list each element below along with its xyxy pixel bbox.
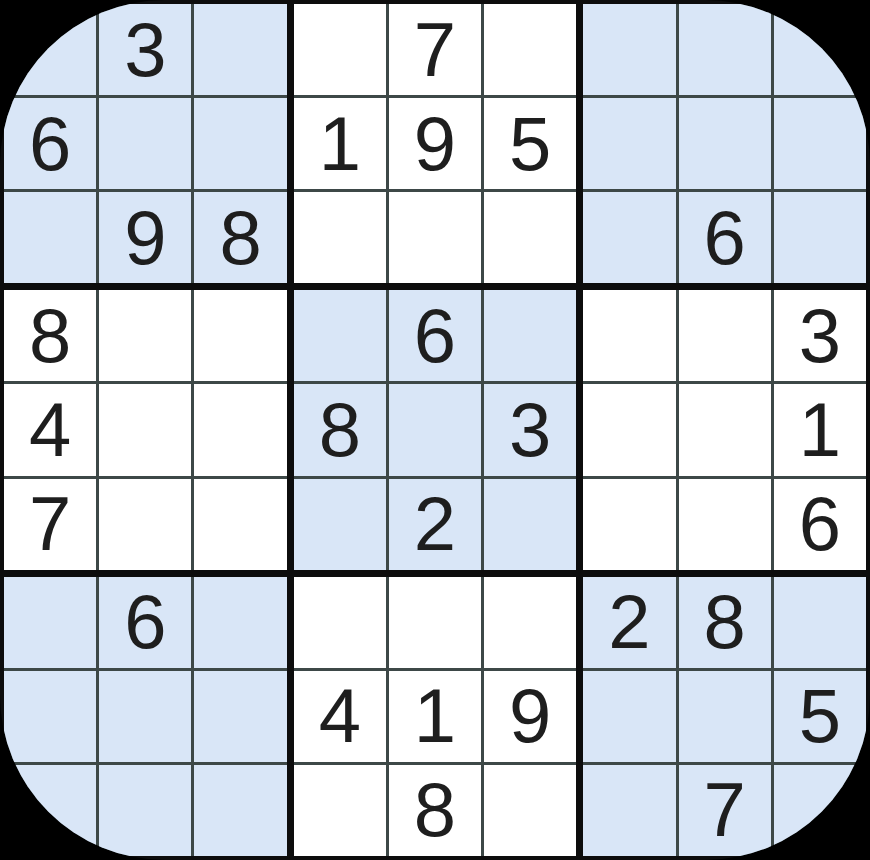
cell-r8c4[interactable]: 4 xyxy=(294,671,386,762)
cell-r2c2[interactable] xyxy=(99,98,191,189)
cell-r9c4[interactable] xyxy=(294,765,386,856)
block-r3c2: 4198 xyxy=(294,577,577,856)
cell-r1c3[interactable] xyxy=(194,4,286,95)
cell-r6c7[interactable] xyxy=(583,479,675,570)
cell-r3c8[interactable]: 6 xyxy=(679,192,771,283)
cell-r7c7[interactable]: 2 xyxy=(583,577,675,668)
cell-r4c9[interactable]: 3 xyxy=(774,290,866,381)
cell-r2c1[interactable]: 6 xyxy=(4,98,96,189)
cell-r7c4[interactable] xyxy=(294,577,386,668)
cell-r3c4[interactable] xyxy=(294,192,386,283)
cell-r9c8[interactable]: 7 xyxy=(679,765,771,856)
cell-r7c6[interactable] xyxy=(484,577,576,668)
cell-r4c4[interactable] xyxy=(294,290,386,381)
cell-r4c7[interactable] xyxy=(583,290,675,381)
cell-r6c8[interactable] xyxy=(679,479,771,570)
cell-r3c1[interactable] xyxy=(4,192,96,283)
cell-r5c8[interactable] xyxy=(679,384,771,475)
cell-r3c5[interactable] xyxy=(389,192,481,283)
app-icon-background: 3698719568476832316641982857 xyxy=(0,0,870,860)
cell-r1c6[interactable] xyxy=(484,4,576,95)
cell-r1c4[interactable] xyxy=(294,4,386,95)
cell-r8c6[interactable]: 9 xyxy=(484,671,576,762)
cell-r5c7[interactable] xyxy=(583,384,675,475)
cell-r9c3[interactable] xyxy=(194,765,286,856)
block-r1c1: 3698 xyxy=(4,4,287,283)
cell-r8c8[interactable] xyxy=(679,671,771,762)
cell-r2c8[interactable] xyxy=(679,98,771,189)
cell-r2c9[interactable] xyxy=(774,98,866,189)
cell-r5c6[interactable]: 3 xyxy=(484,384,576,475)
cell-r1c7[interactable] xyxy=(583,4,675,95)
cell-r5c2[interactable] xyxy=(99,384,191,475)
cell-r9c1[interactable] xyxy=(4,765,96,856)
cell-r8c3[interactable] xyxy=(194,671,286,762)
cell-r7c9[interactable] xyxy=(774,577,866,668)
cell-r5c1[interactable]: 4 xyxy=(4,384,96,475)
cell-r7c2[interactable]: 6 xyxy=(99,577,191,668)
cell-r1c2[interactable]: 3 xyxy=(99,4,191,95)
cell-r6c6[interactable] xyxy=(484,479,576,570)
cell-r6c5[interactable]: 2 xyxy=(389,479,481,570)
cell-r2c7[interactable] xyxy=(583,98,675,189)
cell-r8c7[interactable] xyxy=(583,671,675,762)
cell-r9c9[interactable] xyxy=(774,765,866,856)
cell-r6c3[interactable] xyxy=(194,479,286,570)
cell-r2c6[interactable]: 5 xyxy=(484,98,576,189)
cell-r8c5[interactable]: 1 xyxy=(389,671,481,762)
cell-r3c2[interactable]: 9 xyxy=(99,192,191,283)
cell-r1c5[interactable]: 7 xyxy=(389,4,481,95)
block-r2c1: 847 xyxy=(4,290,287,569)
cell-r3c7[interactable] xyxy=(583,192,675,283)
cell-r3c6[interactable] xyxy=(484,192,576,283)
cell-r2c3[interactable] xyxy=(194,98,286,189)
cell-r2c5[interactable]: 9 xyxy=(389,98,481,189)
cell-r9c7[interactable] xyxy=(583,765,675,856)
cell-r4c3[interactable] xyxy=(194,290,286,381)
block-r2c3: 316 xyxy=(583,290,866,569)
cell-r9c6[interactable] xyxy=(484,765,576,856)
cell-r7c1[interactable] xyxy=(4,577,96,668)
cell-r9c2[interactable] xyxy=(99,765,191,856)
cell-r9c5[interactable]: 8 xyxy=(389,765,481,856)
cell-r1c8[interactable] xyxy=(679,4,771,95)
cell-r5c3[interactable] xyxy=(194,384,286,475)
block-r2c2: 6832 xyxy=(294,290,577,569)
cell-r6c1[interactable]: 7 xyxy=(4,479,96,570)
cell-r4c1[interactable]: 8 xyxy=(4,290,96,381)
cell-r8c9[interactable]: 5 xyxy=(774,671,866,762)
cell-r1c9[interactable] xyxy=(774,4,866,95)
cell-r7c8[interactable]: 8 xyxy=(679,577,771,668)
cell-r1c1[interactable] xyxy=(4,4,96,95)
cell-r7c3[interactable] xyxy=(194,577,286,668)
block-r3c1: 6 xyxy=(4,577,287,856)
cell-r6c9[interactable]: 6 xyxy=(774,479,866,570)
block-r3c3: 2857 xyxy=(583,577,866,856)
cell-r3c3[interactable]: 8 xyxy=(194,192,286,283)
cell-r4c8[interactable] xyxy=(679,290,771,381)
cell-r4c6[interactable] xyxy=(484,290,576,381)
cell-r4c2[interactable] xyxy=(99,290,191,381)
block-r1c3: 6 xyxy=(583,4,866,283)
sudoku-board: 3698719568476832316641982857 xyxy=(0,0,870,860)
cell-r4c5[interactable]: 6 xyxy=(389,290,481,381)
cell-r5c5[interactable] xyxy=(389,384,481,475)
cell-r5c4[interactable]: 8 xyxy=(294,384,386,475)
cell-r6c4[interactable] xyxy=(294,479,386,570)
cell-r5c9[interactable]: 1 xyxy=(774,384,866,475)
cell-r3c9[interactable] xyxy=(774,192,866,283)
cell-r6c2[interactable] xyxy=(99,479,191,570)
cell-r8c1[interactable] xyxy=(4,671,96,762)
cell-r7c5[interactable] xyxy=(389,577,481,668)
block-r1c2: 7195 xyxy=(294,4,577,283)
cell-r8c2[interactable] xyxy=(99,671,191,762)
cell-r2c4[interactable]: 1 xyxy=(294,98,386,189)
